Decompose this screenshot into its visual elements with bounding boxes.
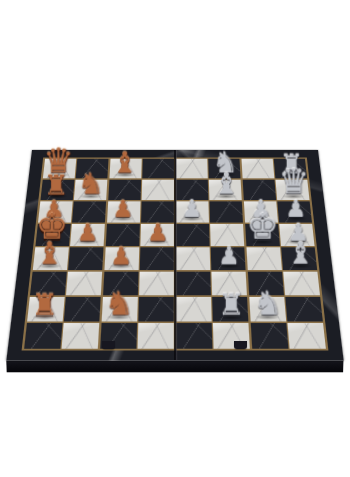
- square-e2: [176, 297, 211, 322]
- square-g4: [246, 247, 281, 270]
- square-c4: ♟: [104, 247, 139, 270]
- copper-bishop: ♝: [36, 238, 64, 269]
- square-b4: [69, 247, 104, 270]
- copper-knight: ♞: [77, 170, 103, 199]
- square-f4: ♟: [211, 247, 246, 270]
- square-c6: ♟: [107, 201, 140, 222]
- silver-queen: ♛: [278, 165, 309, 199]
- copper-rook: ♜: [32, 290, 59, 320]
- board-fold-seam: [173, 150, 177, 361]
- scene: ♛♝♞♜♜♞♝♛♟♟♟♟♟♚♟♟♚♟♝♟♟♝♜♞♜♞: [0, 0, 350, 477]
- square-h3: [283, 271, 320, 295]
- square-b2: [64, 297, 101, 322]
- square-e6: ♟: [176, 201, 209, 222]
- square-g2: ♞: [249, 297, 286, 322]
- copper-pawn: ♟: [147, 221, 168, 245]
- square-d7: [142, 180, 174, 201]
- square-b7: ♞: [74, 180, 107, 201]
- copper-pawn: ♟: [111, 245, 133, 269]
- square-d5: ♟: [141, 224, 174, 246]
- square-d8: [143, 159, 175, 179]
- square-e3: [176, 271, 211, 295]
- square-d2: [139, 297, 174, 322]
- silver-bishop: ♝: [286, 238, 314, 269]
- silver-pawn: ♟: [218, 245, 240, 269]
- square-d4: [140, 247, 174, 270]
- square-h2: [285, 297, 323, 322]
- square-e4: [176, 247, 210, 270]
- square-b3: [66, 271, 102, 295]
- silver-bishop: ♝: [213, 170, 239, 199]
- square-f7: ♝: [209, 180, 242, 201]
- square-g5: ♚: [245, 224, 280, 246]
- copper-pawn: ♟: [77, 221, 98, 245]
- chess-set-product-photo: ♛♝♞♜♜♞♝♛♟♟♟♟♟♚♟♟♚♟♝♟♟♝♜♞♜♞: [0, 0, 350, 477]
- square-c2: ♞: [101, 297, 137, 322]
- board-latch: [102, 341, 115, 349]
- copper-bishop: ♝: [112, 149, 138, 178]
- square-d1: [138, 323, 174, 349]
- square-h4: ♝: [281, 247, 317, 270]
- square-a4: ♝: [33, 247, 69, 270]
- square-a1: [24, 323, 62, 349]
- silver-king: ♚: [247, 209, 279, 245]
- square-f2: ♜: [212, 297, 248, 322]
- square-e1: [176, 323, 212, 349]
- square-e5: [176, 224, 209, 246]
- square-e8: [176, 159, 208, 179]
- square-d3: [139, 271, 174, 295]
- square-a2: ♜: [27, 297, 65, 322]
- board-latch: [234, 341, 247, 349]
- square-b1: [62, 323, 100, 349]
- chess-board: ♛♝♞♜♜♞♝♛♟♟♟♟♟♚♟♟♚♟♝♟♟♝♜♞♜♞: [6, 150, 343, 361]
- silver-rook: ♜: [217, 290, 244, 320]
- silver-pawn: ♟: [182, 198, 203, 221]
- square-g1: [250, 323, 288, 349]
- square-c8: ♝: [109, 159, 141, 179]
- square-g8: [241, 159, 274, 179]
- square-f6: [210, 201, 243, 222]
- square-h1: [288, 323, 326, 349]
- square-b5: ♟: [71, 224, 106, 246]
- copper-pawn: ♟: [113, 198, 134, 221]
- copper-knight: ♞: [105, 288, 134, 320]
- silver-knight: ♞: [253, 288, 282, 320]
